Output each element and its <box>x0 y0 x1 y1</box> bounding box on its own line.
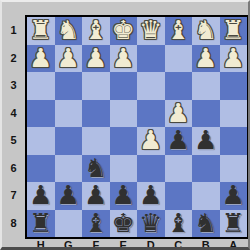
square-h8[interactable]: ♜ <box>27 210 55 238</box>
square-a2[interactable]: ♟ <box>220 45 248 73</box>
square-a8[interactable]: ♜ <box>220 210 248 238</box>
chess-board: ♜♞♝♚♛♝♞♜♟♟♟♟♟♟♟♟♟♟♞♟♟♟♟♟♟♜♝♚♛♝♞♜ <box>25 15 249 239</box>
square-d2[interactable] <box>137 45 165 73</box>
piece-white-rook[interactable]: ♜ <box>220 17 248 45</box>
rank-label-1: 1 <box>2 17 25 45</box>
square-a4[interactable] <box>220 100 248 128</box>
square-c7[interactable] <box>165 182 193 210</box>
rank-label-8: 8 <box>2 210 25 238</box>
file-label-b: B <box>192 239 220 250</box>
square-a3[interactable] <box>220 72 248 100</box>
square-f5[interactable] <box>82 127 110 155</box>
square-g5[interactable] <box>55 127 83 155</box>
file-label-c: C <box>165 239 193 250</box>
square-c6[interactable] <box>165 155 193 183</box>
square-a7[interactable]: ♟ <box>220 182 248 210</box>
piece-black-pawn[interactable]: ♟ <box>165 127 193 155</box>
square-h1[interactable]: ♜ <box>27 17 55 45</box>
file-label-h: H <box>27 239 55 250</box>
square-e8[interactable]: ♚ <box>110 210 138 238</box>
square-e7[interactable]: ♟ <box>110 182 138 210</box>
piece-white-pawn[interactable]: ♟ <box>137 127 165 155</box>
piece-white-pawn[interactable]: ♟ <box>165 100 193 128</box>
rank-label-6: 6 <box>2 155 25 183</box>
square-c1[interactable]: ♝ <box>165 17 193 45</box>
rank-label-4: 4 <box>2 100 25 128</box>
square-b1[interactable]: ♞ <box>192 17 220 45</box>
square-f1[interactable]: ♝ <box>82 17 110 45</box>
piece-black-bishop[interactable]: ♝ <box>82 210 110 238</box>
square-a5[interactable] <box>220 127 248 155</box>
square-b8[interactable]: ♞ <box>192 210 220 238</box>
piece-white-bishop[interactable]: ♝ <box>82 17 110 45</box>
piece-white-pawn[interactable]: ♟ <box>55 45 83 73</box>
piece-white-bishop[interactable]: ♝ <box>165 17 193 45</box>
square-d1[interactable]: ♛ <box>137 17 165 45</box>
piece-black-pawn[interactable]: ♟ <box>192 127 220 155</box>
square-d4[interactable] <box>137 100 165 128</box>
square-c3[interactable] <box>165 72 193 100</box>
square-c2[interactable] <box>165 45 193 73</box>
square-d7[interactable]: ♟ <box>137 182 165 210</box>
piece-white-pawn[interactable]: ♟ <box>192 45 220 73</box>
file-labels: H G F E D C B A <box>27 239 247 250</box>
piece-black-pawn[interactable]: ♟ <box>110 182 138 210</box>
square-f8[interactable]: ♝ <box>82 210 110 238</box>
square-b6[interactable] <box>192 155 220 183</box>
square-d6[interactable] <box>137 155 165 183</box>
square-c4[interactable]: ♟ <box>165 100 193 128</box>
square-h5[interactable] <box>27 127 55 155</box>
square-g2[interactable]: ♟ <box>55 45 83 73</box>
square-e2[interactable]: ♟ <box>110 45 138 73</box>
square-g6[interactable] <box>55 155 83 183</box>
rank-label-7: 7 <box>2 182 25 210</box>
piece-black-rook[interactable]: ♜ <box>220 210 248 238</box>
square-f2[interactable]: ♟ <box>82 45 110 73</box>
piece-black-knight[interactable]: ♞ <box>192 210 220 238</box>
square-g3[interactable] <box>55 72 83 100</box>
piece-black-rook[interactable]: ♜ <box>27 210 55 238</box>
square-h6[interactable] <box>27 155 55 183</box>
piece-black-pawn[interactable]: ♟ <box>55 182 83 210</box>
file-label-a: A <box>220 239 248 250</box>
piece-white-pawn[interactable]: ♟ <box>220 45 248 73</box>
square-h2[interactable]: ♟ <box>27 45 55 73</box>
piece-white-knight[interactable]: ♞ <box>55 17 83 45</box>
square-e6[interactable] <box>110 155 138 183</box>
file-label-g: G <box>55 239 83 250</box>
square-f3[interactable] <box>82 72 110 100</box>
square-e4[interactable] <box>110 100 138 128</box>
piece-black-king[interactable]: ♚ <box>110 210 138 238</box>
rank-label-5: 5 <box>2 127 25 155</box>
rank-labels: 1 2 3 4 5 6 7 8 <box>2 17 25 237</box>
square-b4[interactable] <box>192 100 220 128</box>
square-f6[interactable]: ♞ <box>82 155 110 183</box>
square-h4[interactable] <box>27 100 55 128</box>
square-f7[interactable]: ♟ <box>82 182 110 210</box>
rank-label-3: 3 <box>2 72 25 100</box>
piece-black-pawn[interactable]: ♟ <box>27 182 55 210</box>
square-a1[interactable]: ♜ <box>220 17 248 45</box>
square-b3[interactable] <box>192 72 220 100</box>
piece-white-pawn[interactable]: ♟ <box>110 45 138 73</box>
square-g8[interactable] <box>55 210 83 238</box>
piece-black-knight[interactable]: ♞ <box>82 155 110 183</box>
square-c5[interactable]: ♟ <box>165 127 193 155</box>
file-label-f: F <box>82 239 110 250</box>
piece-white-rook[interactable]: ♜ <box>27 17 55 45</box>
square-h7[interactable]: ♟ <box>27 182 55 210</box>
square-g4[interactable] <box>55 100 83 128</box>
square-b7[interactable] <box>192 182 220 210</box>
rank-label-2: 2 <box>2 45 25 73</box>
piece-black-pawn[interactable]: ♟ <box>82 182 110 210</box>
square-g1[interactable]: ♞ <box>55 17 83 45</box>
square-b2[interactable]: ♟ <box>192 45 220 73</box>
square-h3[interactable] <box>27 72 55 100</box>
piece-white-pawn[interactable]: ♟ <box>82 45 110 73</box>
square-a6[interactable] <box>220 155 248 183</box>
square-e3[interactable] <box>110 72 138 100</box>
file-label-e: E <box>110 239 138 250</box>
square-e5[interactable] <box>110 127 138 155</box>
square-f4[interactable] <box>82 100 110 128</box>
piece-white-knight[interactable]: ♞ <box>192 17 220 45</box>
board-frame: 1 2 3 4 5 6 7 8 ♜♞♝♚♛♝♞♜♟♟♟♟♟♟♟♟♟♟♞♟♟♟♟♟… <box>0 0 250 250</box>
square-g7[interactable]: ♟ <box>55 182 83 210</box>
square-d5[interactable]: ♟ <box>137 127 165 155</box>
piece-black-queen[interactable]: ♛ <box>137 210 165 238</box>
piece-black-bishop[interactable]: ♝ <box>165 210 193 238</box>
square-d8[interactable]: ♛ <box>137 210 165 238</box>
square-e1[interactable]: ♚ <box>110 17 138 45</box>
file-label-d: D <box>137 239 165 250</box>
piece-black-pawn[interactable]: ♟ <box>137 182 165 210</box>
piece-white-king[interactable]: ♚ <box>110 17 138 45</box>
square-d3[interactable] <box>137 72 165 100</box>
piece-white-pawn[interactable]: ♟ <box>27 45 55 73</box>
piece-white-queen[interactable]: ♛ <box>137 17 165 45</box>
square-b5[interactable]: ♟ <box>192 127 220 155</box>
piece-black-pawn[interactable]: ♟ <box>220 182 248 210</box>
square-c8[interactable]: ♝ <box>165 210 193 238</box>
